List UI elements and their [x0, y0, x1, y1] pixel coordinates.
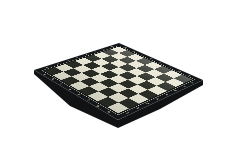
product-photo-background: aa88bb77cc66dd55ee44ff33gg22hh11 — [0, 0, 240, 150]
